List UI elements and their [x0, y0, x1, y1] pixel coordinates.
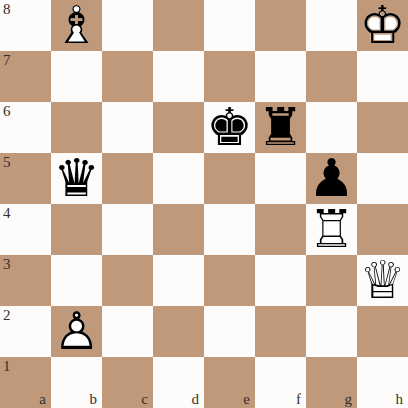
black-pawn[interactable]: ♟ [306, 153, 357, 204]
rank-label-6: 6 [3, 103, 11, 119]
square-b6[interactable] [51, 102, 102, 153]
square-a1[interactable]: 1a [0, 357, 51, 408]
file-label-c: c [141, 392, 148, 407]
square-a2[interactable]: 2 [0, 306, 51, 357]
file-label-e: e [243, 392, 250, 407]
square-f1[interactable]: f [255, 357, 306, 408]
white-bishop-outline-glyph: ♗ [51, 0, 102, 51]
black-queen[interactable]: ♛ [51, 153, 102, 204]
white-king-outline-glyph: ♔ [357, 0, 408, 51]
square-e2[interactable] [204, 306, 255, 357]
black-rook[interactable]: ♜ [255, 102, 306, 153]
square-c1[interactable]: c [102, 357, 153, 408]
square-b4[interactable] [51, 204, 102, 255]
square-f4[interactable] [255, 204, 306, 255]
square-b1[interactable]: b [51, 357, 102, 408]
square-d6[interactable] [153, 102, 204, 153]
rank-label-3: 3 [3, 256, 11, 272]
square-f6[interactable]: ♜ [255, 102, 306, 153]
square-d3[interactable] [153, 255, 204, 306]
square-g2[interactable] [306, 306, 357, 357]
square-b2[interactable]: ♟♙ [51, 306, 102, 357]
square-g1[interactable]: g [306, 357, 357, 408]
chess-board: 8♝♗♚♔76♚♜5♛♟4♜♖3♛♕2♟♙1abcdefgh [0, 0, 408, 408]
rank-label-7: 7 [3, 52, 11, 68]
white-pawn-outline-glyph: ♙ [51, 306, 102, 357]
square-e8[interactable] [204, 0, 255, 51]
rank-label-2: 2 [3, 307, 11, 323]
square-e5[interactable] [204, 153, 255, 204]
square-e1[interactable]: e [204, 357, 255, 408]
square-d2[interactable] [153, 306, 204, 357]
square-g6[interactable] [306, 102, 357, 153]
square-c7[interactable] [102, 51, 153, 102]
square-d7[interactable] [153, 51, 204, 102]
square-d1[interactable]: d [153, 357, 204, 408]
square-b7[interactable] [51, 51, 102, 102]
black-rook-fill-glyph: ♜ [255, 102, 306, 153]
file-label-b: b [90, 392, 98, 407]
square-a6[interactable]: 6 [0, 102, 51, 153]
square-g8[interactable] [306, 0, 357, 51]
square-c4[interactable] [102, 204, 153, 255]
square-c5[interactable] [102, 153, 153, 204]
rank-label-8: 8 [3, 1, 11, 17]
square-f2[interactable] [255, 306, 306, 357]
square-c8[interactable] [102, 0, 153, 51]
file-label-f: f [296, 392, 301, 407]
square-f5[interactable] [255, 153, 306, 204]
square-h6[interactable] [357, 102, 408, 153]
rank-label-5: 5 [3, 154, 11, 170]
square-a7[interactable]: 7 [0, 51, 51, 102]
square-b8[interactable]: ♝♗ [51, 0, 102, 51]
square-a5[interactable]: 5 [0, 153, 51, 204]
square-g4[interactable]: ♜♖ [306, 204, 357, 255]
white-queen[interactable]: ♛♕ [357, 255, 408, 306]
file-label-g: g [345, 392, 353, 407]
square-d8[interactable] [153, 0, 204, 51]
black-king[interactable]: ♚ [204, 102, 255, 153]
square-e6[interactable]: ♚ [204, 102, 255, 153]
square-f8[interactable] [255, 0, 306, 51]
square-a8[interactable]: 8 [0, 0, 51, 51]
black-pawn-fill-glyph: ♟ [306, 153, 357, 204]
square-b5[interactable]: ♛ [51, 153, 102, 204]
square-h8[interactable]: ♚♔ [357, 0, 408, 51]
square-h5[interactable] [357, 153, 408, 204]
square-d5[interactable] [153, 153, 204, 204]
white-king[interactable]: ♚♔ [357, 0, 408, 51]
white-rook-outline-glyph: ♖ [306, 204, 357, 255]
square-c3[interactable] [102, 255, 153, 306]
rank-label-4: 4 [3, 205, 11, 221]
square-e3[interactable] [204, 255, 255, 306]
square-h2[interactable] [357, 306, 408, 357]
black-king-fill-glyph: ♚ [204, 102, 255, 153]
rank-label-1: 1 [3, 358, 11, 374]
square-a3[interactable]: 3 [0, 255, 51, 306]
square-f7[interactable] [255, 51, 306, 102]
square-f3[interactable] [255, 255, 306, 306]
white-queen-outline-glyph: ♕ [357, 255, 408, 306]
square-a4[interactable]: 4 [0, 204, 51, 255]
white-bishop[interactable]: ♝♗ [51, 0, 102, 51]
square-g3[interactable] [306, 255, 357, 306]
file-label-d: d [192, 392, 200, 407]
white-pawn[interactable]: ♟♙ [51, 306, 102, 357]
white-rook[interactable]: ♜♖ [306, 204, 357, 255]
square-d4[interactable] [153, 204, 204, 255]
square-h4[interactable] [357, 204, 408, 255]
square-e4[interactable] [204, 204, 255, 255]
square-h1[interactable]: h [357, 357, 408, 408]
square-b3[interactable] [51, 255, 102, 306]
square-g7[interactable] [306, 51, 357, 102]
square-h3[interactable]: ♛♕ [357, 255, 408, 306]
square-e7[interactable] [204, 51, 255, 102]
file-label-a: a [39, 392, 46, 407]
file-label-h: h [396, 392, 404, 407]
square-h7[interactable] [357, 51, 408, 102]
black-queen-fill-glyph: ♛ [51, 153, 102, 204]
square-c2[interactable] [102, 306, 153, 357]
square-g5[interactable]: ♟ [306, 153, 357, 204]
square-c6[interactable] [102, 102, 153, 153]
